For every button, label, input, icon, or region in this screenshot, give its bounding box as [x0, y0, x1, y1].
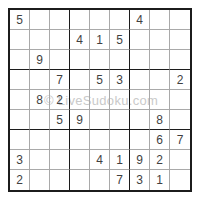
sudoku-cell-r7c6[interactable]: [110, 130, 130, 150]
sudoku-cell-r3c5[interactable]: [90, 50, 110, 70]
sudoku-cell-r5c4[interactable]: [70, 90, 90, 110]
sudoku-cell-r7c8[interactable]: 6: [150, 130, 170, 150]
sudoku-cell-r8c8[interactable]: 2: [150, 150, 170, 170]
sudoku-cell-r2c3[interactable]: [50, 30, 70, 50]
sudoku-cell-r3c1[interactable]: [10, 50, 30, 70]
sudoku-cell-r3c3[interactable]: [50, 50, 70, 70]
sudoku-cell-r6c7[interactable]: [130, 110, 150, 130]
sudoku-cell-r7c2[interactable]: [30, 130, 50, 150]
sudoku-cell-r7c3[interactable]: [50, 130, 70, 150]
sudoku-cell-r5c5[interactable]: [90, 90, 110, 110]
sudoku-cell-r1c2[interactable]: [30, 10, 50, 30]
sudoku-cell-r1c1[interactable]: 5: [10, 10, 30, 30]
sudoku-cell-r4c2[interactable]: [30, 70, 50, 90]
sudoku-cell-r9c8[interactable]: 1: [150, 170, 170, 190]
sudoku-cell-r4c8[interactable]: [150, 70, 170, 90]
sudoku-cell-r9c9[interactable]: [170, 170, 190, 190]
sudoku-cell-r7c1[interactable]: [10, 130, 30, 150]
sudoku-cell-r4c6[interactable]: 3: [110, 70, 130, 90]
sudoku-cell-r6c3[interactable]: 5: [50, 110, 70, 130]
sudoku-cell-r3c7[interactable]: [130, 50, 150, 70]
sudoku-cell-r8c1[interactable]: 3: [10, 150, 30, 170]
sudoku-cell-r1c9[interactable]: [170, 10, 190, 30]
sudoku-cell-r3c4[interactable]: [70, 50, 90, 70]
sudoku-cell-r8c9[interactable]: [170, 150, 190, 170]
sudoku-cell-r6c8[interactable]: 8: [150, 110, 170, 130]
sudoku-cell-r2c8[interactable]: [150, 30, 170, 50]
sudoku-cell-r3c8[interactable]: [150, 50, 170, 70]
sudoku-cell-r4c1[interactable]: [10, 70, 30, 90]
sudoku-cell-r2c1[interactable]: [10, 30, 30, 50]
sudoku-cell-r9c5[interactable]: [90, 170, 110, 190]
sudoku-cell-r7c4[interactable]: [70, 130, 90, 150]
sudoku-cell-r3c9[interactable]: [170, 50, 190, 70]
sudoku-cell-r4c9[interactable]: 2: [170, 70, 190, 90]
sudoku-cell-r6c1[interactable]: [10, 110, 30, 130]
sudoku-cell-r9c6[interactable]: 7: [110, 170, 130, 190]
sudoku-cell-r1c6[interactable]: [110, 10, 130, 30]
sudoku-cell-r9c3[interactable]: [50, 170, 70, 190]
sudoku-cell-r6c6[interactable]: [110, 110, 130, 130]
sudoku-cell-r8c7[interactable]: 9: [130, 150, 150, 170]
sudoku-cell-r8c5[interactable]: 4: [90, 150, 110, 170]
sudoku-cell-r5c2[interactable]: 8: [30, 90, 50, 110]
sudoku-cell-r9c2[interactable]: [30, 170, 50, 190]
sudoku-cell-r9c7[interactable]: 3: [130, 170, 150, 190]
sudoku-cell-r8c4[interactable]: [70, 150, 90, 170]
sudoku-cell-r5c1[interactable]: [10, 90, 30, 110]
sudoku-cell-r2c5[interactable]: 1: [90, 30, 110, 50]
sudoku-cell-r6c9[interactable]: [170, 110, 190, 130]
sudoku-cell-r9c4[interactable]: [70, 170, 90, 190]
sudoku-cell-r4c3[interactable]: 7: [50, 70, 70, 90]
sudoku-cell-r7c5[interactable]: [90, 130, 110, 150]
sudoku-cell-r5c7[interactable]: [130, 90, 150, 110]
sudoku-cell-r4c5[interactable]: 5: [90, 70, 110, 90]
sudoku-cell-r2c4[interactable]: 4: [70, 30, 90, 50]
sudoku-cell-r5c9[interactable]: [170, 90, 190, 110]
sudoku-cell-r4c4[interactable]: [70, 70, 90, 90]
sudoku-cell-r5c3[interactable]: 2: [50, 90, 70, 110]
sudoku-cell-r9c1[interactable]: 2: [10, 170, 30, 190]
sudoku-cell-r1c3[interactable]: [50, 10, 70, 30]
sudoku-cell-r7c7[interactable]: [130, 130, 150, 150]
sudoku-cell-r8c2[interactable]: [30, 150, 50, 170]
sudoku-cell-r6c4[interactable]: 9: [70, 110, 90, 130]
sudoku-cell-r5c8[interactable]: [150, 90, 170, 110]
sudoku-cell-r5c6[interactable]: [110, 90, 130, 110]
sudoku-cell-r1c5[interactable]: [90, 10, 110, 30]
sudoku-cell-r3c2[interactable]: 9: [30, 50, 50, 70]
sudoku-cell-r8c6[interactable]: 1: [110, 150, 130, 170]
sudoku-board: 54415975328259867341922731: [8, 8, 192, 192]
sudoku-cell-r6c2[interactable]: [30, 110, 50, 130]
sudoku-cell-r7c9[interactable]: 7: [170, 130, 190, 150]
sudoku-cell-r3c6[interactable]: [110, 50, 130, 70]
sudoku-cell-r8c3[interactable]: [50, 150, 70, 170]
sudoku-cell-r1c4[interactable]: [70, 10, 90, 30]
sudoku-cell-r6c5[interactable]: [90, 110, 110, 130]
sudoku-cell-r2c7[interactable]: [130, 30, 150, 50]
sudoku-cell-r1c8[interactable]: [150, 10, 170, 30]
sudoku-cell-r4c7[interactable]: [130, 70, 150, 90]
sudoku-cell-r2c2[interactable]: [30, 30, 50, 50]
sudoku-cell-r1c7[interactable]: 4: [130, 10, 150, 30]
sudoku-cell-r2c9[interactable]: [170, 30, 190, 50]
sudoku-cell-r2c6[interactable]: 5: [110, 30, 130, 50]
